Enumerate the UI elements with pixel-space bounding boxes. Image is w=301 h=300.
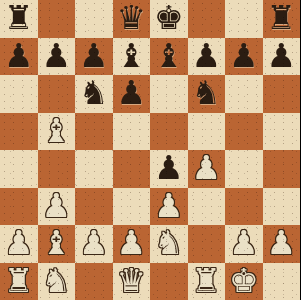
square-e7[interactable]: ♝ <box>150 38 188 76</box>
black-queen-d8: ♛ <box>116 1 146 34</box>
square-e2[interactable]: ♞ <box>150 225 188 263</box>
black-knight-f6: ♞ <box>191 76 221 109</box>
square-a5[interactable] <box>0 113 38 151</box>
square-e8[interactable]: ♚ <box>150 0 188 38</box>
square-g7[interactable]: ♟ <box>225 38 263 76</box>
white-bishop-b5: ♝ <box>41 114 71 147</box>
white-pawn-c2: ♟ <box>79 226 109 259</box>
white-rook-f1: ♜ <box>191 264 221 297</box>
white-pawn-a2: ♟ <box>4 226 34 259</box>
square-a4[interactable] <box>0 150 38 188</box>
white-queen-d1: ♛ <box>116 264 146 297</box>
square-b2[interactable]: ♝ <box>38 225 76 263</box>
square-d8[interactable]: ♛ <box>113 0 151 38</box>
square-d4[interactable] <box>113 150 151 188</box>
square-f2[interactable] <box>188 225 226 263</box>
square-d7[interactable]: ♝ <box>113 38 151 76</box>
square-h7[interactable]: ♟ <box>263 38 301 76</box>
square-b4[interactable] <box>38 150 76 188</box>
black-pawn-f7: ♟ <box>191 39 221 72</box>
square-b5[interactable]: ♝ <box>38 113 76 151</box>
black-bishop-e7: ♝ <box>154 39 184 72</box>
square-b7[interactable]: ♟ <box>38 38 76 76</box>
square-d3[interactable] <box>113 188 151 226</box>
white-knight-b1: ♞ <box>41 264 71 297</box>
square-f3[interactable] <box>188 188 226 226</box>
square-e3[interactable]: ♟ <box>150 188 188 226</box>
white-pawn-f4: ♟ <box>191 151 221 184</box>
white-pawn-g2: ♟ <box>229 226 259 259</box>
white-rook-a1: ♜ <box>4 264 34 297</box>
square-d1[interactable]: ♛ <box>113 263 151 300</box>
square-e6[interactable] <box>150 75 188 113</box>
black-pawn-c7: ♟ <box>79 39 109 72</box>
square-h4[interactable] <box>263 150 301 188</box>
square-b6[interactable] <box>38 75 76 113</box>
square-b1[interactable]: ♞ <box>38 263 76 300</box>
square-g6[interactable] <box>225 75 263 113</box>
square-d5[interactable] <box>113 113 151 151</box>
square-a8[interactable]: ♜ <box>0 0 38 38</box>
white-pawn-h2: ♟ <box>266 226 296 259</box>
square-h6[interactable] <box>263 75 301 113</box>
square-f6[interactable]: ♞ <box>188 75 226 113</box>
square-c3[interactable] <box>75 188 113 226</box>
black-bishop-d7: ♝ <box>116 39 146 72</box>
black-pawn-d6: ♟ <box>116 76 146 109</box>
square-e1[interactable] <box>150 263 188 300</box>
square-a3[interactable] <box>0 188 38 226</box>
white-pawn-d2: ♟ <box>116 226 146 259</box>
black-rook-h8: ♜ <box>266 1 296 34</box>
square-c1[interactable] <box>75 263 113 300</box>
square-e4[interactable]: ♟ <box>150 150 188 188</box>
square-g5[interactable] <box>225 113 263 151</box>
square-f5[interactable] <box>188 113 226 151</box>
square-f7[interactable]: ♟ <box>188 38 226 76</box>
white-knight-e2: ♞ <box>154 226 184 259</box>
square-d2[interactable]: ♟ <box>113 225 151 263</box>
square-a7[interactable]: ♟ <box>0 38 38 76</box>
square-b3[interactable]: ♟ <box>38 188 76 226</box>
white-bishop-b2: ♝ <box>41 226 71 259</box>
square-f1[interactable]: ♜ <box>188 263 226 300</box>
black-pawn-e4: ♟ <box>154 151 184 184</box>
square-h3[interactable] <box>263 188 301 226</box>
square-c4[interactable] <box>75 150 113 188</box>
square-h2[interactable]: ♟ <box>263 225 301 263</box>
white-pawn-b3: ♟ <box>41 189 71 222</box>
square-c2[interactable]: ♟ <box>75 225 113 263</box>
square-a2[interactable]: ♟ <box>0 225 38 263</box>
square-g8[interactable] <box>225 0 263 38</box>
black-pawn-g7: ♟ <box>229 39 259 72</box>
square-a1[interactable]: ♜ <box>0 263 38 300</box>
square-h1[interactable] <box>263 263 301 300</box>
square-a6[interactable] <box>0 75 38 113</box>
square-f8[interactable] <box>188 0 226 38</box>
square-f4[interactable]: ♟ <box>188 150 226 188</box>
square-c7[interactable]: ♟ <box>75 38 113 76</box>
square-c5[interactable] <box>75 113 113 151</box>
black-king-e8: ♚ <box>154 1 184 34</box>
square-e5[interactable] <box>150 113 188 151</box>
square-h5[interactable] <box>263 113 301 151</box>
black-pawn-h7: ♟ <box>266 39 296 72</box>
square-c8[interactable] <box>75 0 113 38</box>
white-king-g1: ♚ <box>229 264 259 297</box>
chess-board: ♜♛♚♜♟♟♟♝♝♟♟♟♞♟♞♝♟♟♟♟♟♝♟♟♞♟♟♜♞♛♜♚ <box>0 0 300 300</box>
square-g4[interactable] <box>225 150 263 188</box>
square-c6[interactable]: ♞ <box>75 75 113 113</box>
square-g3[interactable] <box>225 188 263 226</box>
black-pawn-a7: ♟ <box>4 39 34 72</box>
white-pawn-e3: ♟ <box>154 189 184 222</box>
black-rook-a8: ♜ <box>4 1 34 34</box>
square-d6[interactable]: ♟ <box>113 75 151 113</box>
black-pawn-b7: ♟ <box>41 39 71 72</box>
square-g2[interactable]: ♟ <box>225 225 263 263</box>
black-knight-c6: ♞ <box>79 76 109 109</box>
square-g1[interactable]: ♚ <box>225 263 263 300</box>
square-b8[interactable] <box>38 0 76 38</box>
square-h8[interactable]: ♜ <box>263 0 301 38</box>
